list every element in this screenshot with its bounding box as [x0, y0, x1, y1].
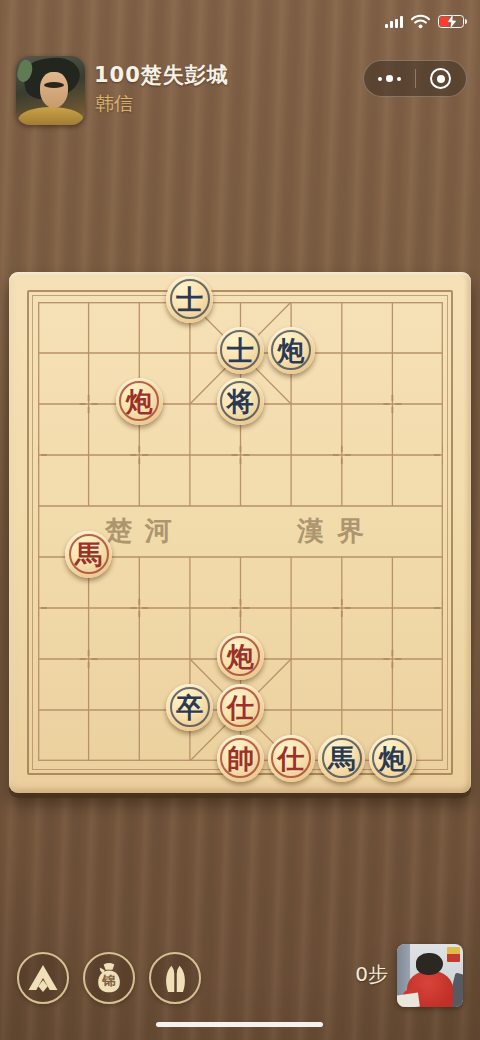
level-subtitle: 韩信 — [95, 91, 133, 117]
avatar-brow — [44, 82, 64, 88]
piece-black-士[interactable]: 士 — [166, 276, 213, 323]
more-icon — [378, 75, 401, 82]
tip-bag-button[interactable]: 锦 — [83, 952, 135, 1004]
bag-character: 锦 — [103, 974, 116, 987]
cellular-signal-icon — [385, 16, 403, 28]
piece-character: 仕 — [278, 745, 305, 772]
piece-character: 炮 — [126, 388, 153, 415]
board-grid[interactable]: 士士炮炮将馬炮卒仕帥仕馬炮 — [13, 277, 469, 787]
piece-character: 馬 — [75, 541, 102, 568]
video-desk — [397, 993, 420, 1007]
status-bar — [385, 14, 468, 29]
piece-character: 士 — [227, 337, 254, 364]
app-logo-button[interactable] — [17, 952, 69, 1004]
piece-character: 帥 — [227, 745, 254, 772]
level-avatar — [16, 56, 85, 125]
mountain-logo-icon — [27, 964, 59, 993]
piece-character: 仕 — [227, 694, 254, 721]
xiangqi-board[interactable]: 楚河 漢界 士士炮炮将馬炮卒仕帥仕馬炮 — [9, 272, 471, 793]
pray-button[interactable] — [149, 952, 201, 1004]
piece-black-士[interactable]: 士 — [217, 327, 264, 374]
piece-red-炮[interactable]: 炮 — [217, 633, 264, 680]
video-poster — [447, 947, 460, 962]
piece-red-仕[interactable]: 仕 — [268, 735, 315, 782]
close-minimize-button[interactable] — [416, 61, 467, 96]
piece-black-卒[interactable]: 卒 — [166, 684, 213, 731]
piece-black-炮[interactable]: 炮 — [369, 735, 416, 782]
app-screen: 100楚失彭城 韩信 楚河 漢界 士士炮炮将馬炮卒仕帥仕馬炮 — [0, 0, 480, 1040]
piece-black-炮[interactable]: 炮 — [268, 327, 315, 374]
miniprogram-capsule — [363, 60, 467, 97]
step-counter: 0步 — [330, 961, 388, 988]
piece-red-仕[interactable]: 仕 — [217, 684, 264, 731]
wifi-icon — [410, 14, 431, 29]
praying-hands-icon — [160, 963, 191, 994]
piece-character: 馬 — [328, 745, 355, 772]
piece-red-帥[interactable]: 帥 — [217, 735, 264, 782]
video-thumbnail[interactable] — [397, 944, 463, 1007]
level-title: 100楚失彭城 — [94, 61, 229, 89]
piece-black-馬[interactable]: 馬 — [318, 735, 365, 782]
piece-character: 将 — [227, 388, 254, 415]
piece-red-馬[interactable]: 馬 — [65, 531, 112, 578]
piece-character: 炮 — [278, 337, 305, 364]
avatar-face — [40, 72, 68, 108]
piece-character: 卒 — [176, 694, 203, 721]
exit-circle-icon — [430, 68, 451, 89]
piece-character: 士 — [176, 286, 203, 313]
battery-charging-icon — [438, 15, 468, 29]
piece-black-将[interactable]: 将 — [217, 378, 264, 425]
piece-character: 炮 — [227, 643, 254, 670]
piece-red-炮[interactable]: 炮 — [116, 378, 163, 425]
avatar-robe — [18, 107, 84, 125]
more-button[interactable] — [364, 61, 415, 96]
piece-character: 炮 — [379, 745, 406, 772]
home-indicator — [156, 1022, 323, 1027]
